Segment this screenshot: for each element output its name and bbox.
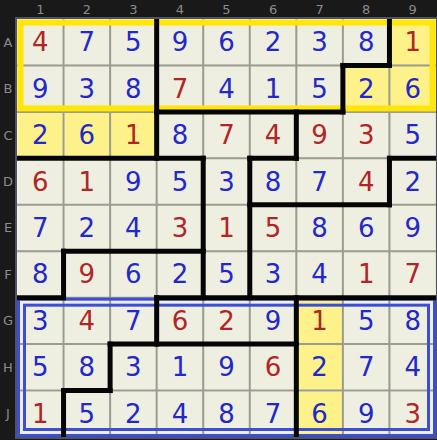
cell-E9[interactable]: 9 <box>389 205 436 251</box>
cell-G3[interactable]: 7 <box>110 298 157 344</box>
col-label-2: 2 <box>64 1 111 17</box>
cell-E1[interactable]: 7 <box>17 205 64 251</box>
cell-H5[interactable]: 9 <box>203 344 250 390</box>
cell-G1[interactable]: 3 <box>17 298 64 344</box>
row-label-G: G <box>1 298 15 344</box>
cell-D1[interactable]: 6 <box>17 158 64 204</box>
cell-C1[interactable]: 2 <box>17 112 64 158</box>
row-label-E: E <box>1 205 15 251</box>
cell-H2[interactable]: 8 <box>64 344 111 390</box>
cell-D9[interactable]: 2 <box>389 158 436 204</box>
row-label-D: D <box>1 158 15 204</box>
cell-F3[interactable]: 6 <box>110 251 157 297</box>
row-label-J: J <box>1 391 15 437</box>
cell-G7[interactable]: 1 <box>296 298 343 344</box>
cell-A1[interactable]: 4 <box>17 19 64 65</box>
row-label-A: A <box>1 19 15 65</box>
cell-J8[interactable]: 9 <box>343 391 390 437</box>
cell-A4[interactable]: 9 <box>157 19 204 65</box>
cell-C4[interactable]: 8 <box>157 112 204 158</box>
cell-E8[interactable]: 6 <box>343 205 390 251</box>
cell-B5[interactable]: 4 <box>203 65 250 111</box>
cell-F8[interactable]: 1 <box>343 251 390 297</box>
cell-A8[interactable]: 8 <box>343 19 390 65</box>
cell-H3[interactable]: 3 <box>110 344 157 390</box>
cell-F4[interactable]: 2 <box>157 251 204 297</box>
cell-A9[interactable]: 1 <box>389 19 436 65</box>
cell-E2[interactable]: 2 <box>64 205 111 251</box>
cell-B8[interactable]: 2 <box>343 65 390 111</box>
cell-A5[interactable]: 6 <box>203 19 250 65</box>
cell-J2[interactable]: 5 <box>64 391 111 437</box>
cell-B1[interactable]: 9 <box>17 65 64 111</box>
cell-B3[interactable]: 8 <box>110 65 157 111</box>
sudoku-board: 4759623819387415262618749356195387427243… <box>17 19 436 437</box>
cell-H4[interactable]: 1 <box>157 344 204 390</box>
cell-F7[interactable]: 4 <box>296 251 343 297</box>
cell-B7[interactable]: 5 <box>296 65 343 111</box>
cell-B6[interactable]: 1 <box>250 65 297 111</box>
row-label-H: H <box>1 344 15 390</box>
cell-J6[interactable]: 7 <box>250 391 297 437</box>
cell-F1[interactable]: 8 <box>17 251 64 297</box>
cell-F9[interactable]: 7 <box>389 251 436 297</box>
cell-A6[interactable]: 2 <box>250 19 297 65</box>
cell-F5[interactable]: 5 <box>203 251 250 297</box>
cell-A7[interactable]: 3 <box>296 19 343 65</box>
col-label-9: 9 <box>389 1 436 17</box>
cell-J4[interactable]: 4 <box>157 391 204 437</box>
cell-H9[interactable]: 4 <box>389 344 436 390</box>
col-label-6: 6 <box>250 1 297 17</box>
row-label-B: B <box>1 65 15 111</box>
cell-B4[interactable]: 7 <box>157 65 204 111</box>
cell-G2[interactable]: 4 <box>64 298 111 344</box>
cell-H6[interactable]: 6 <box>250 344 297 390</box>
cell-C6[interactable]: 4 <box>250 112 297 158</box>
cell-D8[interactable]: 4 <box>343 158 390 204</box>
app-background: { "game": "jigsaw_sudoku_solved", "board… <box>0 0 437 440</box>
cell-G6[interactable]: 9 <box>250 298 297 344</box>
cell-H7[interactable]: 2 <box>296 344 343 390</box>
col-label-7: 7 <box>296 1 343 17</box>
cell-C8[interactable]: 3 <box>343 112 390 158</box>
cell-J7[interactable]: 6 <box>296 391 343 437</box>
cell-D5[interactable]: 3 <box>203 158 250 204</box>
col-label-8: 8 <box>343 1 390 17</box>
cell-J1[interactable]: 1 <box>17 391 64 437</box>
cell-J9[interactable]: 3 <box>389 391 436 437</box>
cell-B2[interactable]: 3 <box>64 65 111 111</box>
cell-D3[interactable]: 9 <box>110 158 157 204</box>
cell-E5[interactable]: 1 <box>203 205 250 251</box>
cell-J5[interactable]: 8 <box>203 391 250 437</box>
cell-G4[interactable]: 6 <box>157 298 204 344</box>
row-label-C: C <box>1 112 15 158</box>
cell-C2[interactable]: 6 <box>64 112 111 158</box>
cell-C9[interactable]: 5 <box>389 112 436 158</box>
cell-H8[interactable]: 7 <box>343 344 390 390</box>
cell-J3[interactable]: 2 <box>110 391 157 437</box>
cell-E6[interactable]: 5 <box>250 205 297 251</box>
cell-E4[interactable]: 3 <box>157 205 204 251</box>
col-label-3: 3 <box>110 1 157 17</box>
cell-C3[interactable]: 1 <box>110 112 157 158</box>
cell-A2[interactable]: 7 <box>64 19 111 65</box>
cell-H1[interactable]: 5 <box>17 344 64 390</box>
cell-C5[interactable]: 7 <box>203 112 250 158</box>
col-label-4: 4 <box>157 1 204 17</box>
cell-E7[interactable]: 8 <box>296 205 343 251</box>
cell-E3[interactable]: 4 <box>110 205 157 251</box>
cell-D6[interactable]: 8 <box>250 158 297 204</box>
cell-D7[interactable]: 7 <box>296 158 343 204</box>
cell-G8[interactable]: 5 <box>343 298 390 344</box>
cell-B9[interactable]: 6 <box>389 65 436 111</box>
cell-A3[interactable]: 5 <box>110 19 157 65</box>
cell-F6[interactable]: 3 <box>250 251 297 297</box>
cell-G5[interactable]: 2 <box>203 298 250 344</box>
col-label-5: 5 <box>203 1 250 17</box>
cell-C7[interactable]: 9 <box>296 112 343 158</box>
cell-G9[interactable]: 8 <box>389 298 436 344</box>
row-label-F: F <box>1 251 15 297</box>
cell-D2[interactable]: 1 <box>64 158 111 204</box>
cell-F2[interactable]: 9 <box>64 251 111 297</box>
cell-D4[interactable]: 5 <box>157 158 204 204</box>
col-label-1: 1 <box>17 1 64 17</box>
